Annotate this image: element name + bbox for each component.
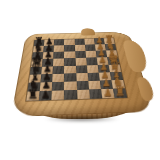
square[interactable] xyxy=(52,90,65,100)
checkerboard: ♜♟♟♜♞♟♟♞♝♟♟♝♚♟♟♚♛♟♟♛♝♟♟♝♞♟♟♞♜♟♟♜ xyxy=(26,38,127,101)
branch-knob xyxy=(81,28,96,36)
square[interactable] xyxy=(64,90,77,100)
chess-piece-white[interactable]: ♟ xyxy=(103,87,112,97)
square[interactable]: ♜ xyxy=(26,91,40,101)
square[interactable] xyxy=(77,89,90,99)
chess-scene: ♜♟♟♜♞♟♟♞♝♟♟♝♚♟♟♚♛♟♟♛♝♟♟♝♞♟♟♞♜♟♟♜ xyxy=(0,0,160,160)
chess-piece-black[interactable]: ♜ xyxy=(27,88,39,101)
square[interactable] xyxy=(52,82,64,91)
square[interactable] xyxy=(64,81,76,90)
square[interactable] xyxy=(64,58,75,65)
chess-piece-black[interactable]: ♟ xyxy=(41,89,50,100)
square[interactable] xyxy=(86,65,98,73)
square[interactable]: ♜ xyxy=(113,88,127,98)
square[interactable] xyxy=(76,81,89,90)
square[interactable] xyxy=(76,73,88,81)
chess-board: ♜♟♟♜♞♟♟♞♝♟♟♝♚♟♟♚♛♟♟♛♝♟♟♝♞♟♟♞♜♟♟♜ xyxy=(11,32,154,117)
chess-piece-white[interactable]: ♜ xyxy=(115,85,126,98)
square[interactable]: ♟ xyxy=(39,91,52,101)
